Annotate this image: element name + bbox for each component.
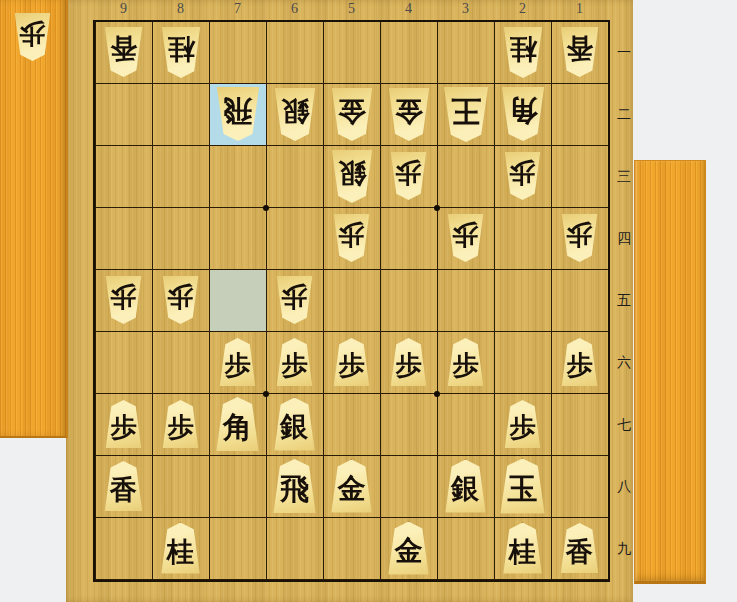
square-1-3[interactable] xyxy=(551,146,608,208)
square-4-4[interactable] xyxy=(380,208,437,270)
gote-hand-tray: 歩 xyxy=(0,0,68,438)
square-6-9[interactable] xyxy=(266,518,323,580)
square-3-7[interactable] xyxy=(437,394,494,456)
square-7-3[interactable] xyxy=(209,146,266,208)
square-9-3[interactable] xyxy=(95,146,152,208)
square-6-4[interactable] xyxy=(266,208,323,270)
square-7-8[interactable] xyxy=(209,456,266,518)
file-label-6: 6 xyxy=(266,1,323,17)
square-3-1[interactable] xyxy=(437,22,494,84)
square-5-1[interactable] xyxy=(323,22,380,84)
square-3-3[interactable] xyxy=(437,146,494,208)
shogi-board: 987654321 一二三四五六七八九 香桂桂香飛銀金金王角銀歩歩歩歩歩歩歩歩歩… xyxy=(66,0,633,602)
square-5-5[interactable] xyxy=(323,270,380,332)
rank-label-3: 三 xyxy=(612,146,636,208)
square-8-4[interactable] xyxy=(152,208,209,270)
square-2-6[interactable] xyxy=(494,332,551,394)
square-8-3[interactable] xyxy=(152,146,209,208)
square-3-9[interactable] xyxy=(437,518,494,580)
square-9-9[interactable] xyxy=(95,518,152,580)
square-7-4[interactable] xyxy=(209,208,266,270)
file-label-2: 2 xyxy=(494,1,551,17)
file-label-3: 3 xyxy=(437,1,494,17)
square-1-2[interactable] xyxy=(551,84,608,146)
square-5-9[interactable] xyxy=(323,518,380,580)
rank-label-7: 七 xyxy=(612,394,636,456)
square-1-7[interactable] xyxy=(551,394,608,456)
square-4-7[interactable] xyxy=(380,394,437,456)
square-4-1[interactable] xyxy=(380,22,437,84)
file-label-9: 9 xyxy=(95,1,152,17)
file-label-4: 4 xyxy=(380,1,437,17)
file-label-1: 1 xyxy=(551,1,608,17)
square-8-2[interactable] xyxy=(152,84,209,146)
square-4-8[interactable] xyxy=(380,456,437,518)
square-3-5[interactable] xyxy=(437,270,494,332)
square-6-1[interactable] xyxy=(266,22,323,84)
square-8-8[interactable] xyxy=(152,456,209,518)
square-7-5[interactable] xyxy=(209,270,266,332)
square-9-2[interactable] xyxy=(95,84,152,146)
file-label-7: 7 xyxy=(209,1,266,17)
square-2-5[interactable] xyxy=(494,270,551,332)
sente-hand-tray xyxy=(634,160,706,584)
file-label-5: 5 xyxy=(323,1,380,17)
hand-piece-gote-pawn[interactable]: 歩 xyxy=(14,13,51,61)
shogi-app: 987654321 一二三四五六七八九 香桂桂香飛銀金金王角銀歩歩歩歩歩歩歩歩歩… xyxy=(0,0,737,602)
square-2-4[interactable] xyxy=(494,208,551,270)
file-label-8: 8 xyxy=(152,1,209,17)
rank-label-2: 二 xyxy=(612,84,636,146)
rank-label-6: 六 xyxy=(612,332,636,394)
square-7-9[interactable] xyxy=(209,518,266,580)
rank-label-5: 五 xyxy=(612,270,636,332)
square-8-6[interactable] xyxy=(152,332,209,394)
rank-label-9: 九 xyxy=(612,518,636,580)
board-grid: 香桂桂香飛銀金金王角銀歩歩歩歩歩歩歩歩歩歩歩歩歩歩歩歩角銀歩香飛金銀玉桂金桂香 xyxy=(93,20,610,582)
square-1-8[interactable] xyxy=(551,456,608,518)
rank-label-8: 八 xyxy=(612,456,636,518)
rank-label-4: 四 xyxy=(612,208,636,270)
rank-label-1: 一 xyxy=(612,22,636,84)
square-1-5[interactable] xyxy=(551,270,608,332)
square-4-5[interactable] xyxy=(380,270,437,332)
square-7-1[interactable] xyxy=(209,22,266,84)
square-5-7[interactable] xyxy=(323,394,380,456)
square-9-6[interactable] xyxy=(95,332,152,394)
square-9-4[interactable] xyxy=(95,208,152,270)
square-6-3[interactable] xyxy=(266,146,323,208)
